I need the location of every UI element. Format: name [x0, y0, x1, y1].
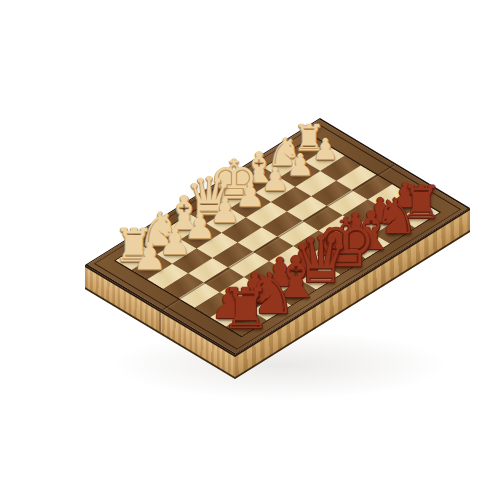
squares-grid [116, 137, 439, 336]
fold-seam-side [160, 312, 161, 333]
product-photo-stage: ♜♞♝♛♚♝♞♜♟♟♟♟♟♟♟♟♟♟♟♟♟♟♟♟♜♞♝♛♚♝♞♜ [0, 0, 500, 500]
